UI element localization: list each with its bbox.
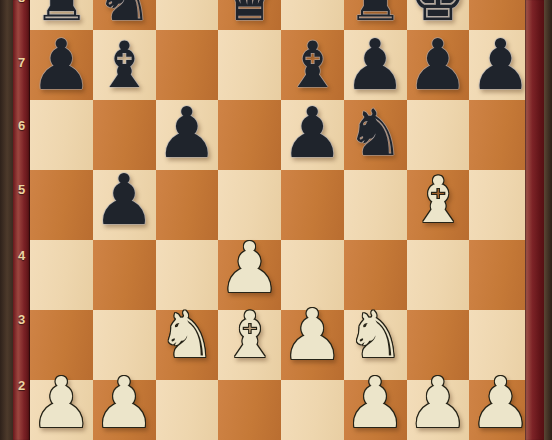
square-d3[interactable]: ♝ [218, 310, 281, 380]
square-f6[interactable]: ♞ [344, 100, 407, 170]
rank-label-7: 7 [13, 55, 30, 71]
square-d7[interactable] [218, 30, 281, 100]
board-frame-right-outer [544, 0, 552, 440]
square-f5[interactable] [344, 170, 407, 240]
square-e6[interactable]: ♟ [281, 100, 344, 170]
piece-white-rook[interactable]: ♜ [347, 436, 404, 440]
piece-black-knight[interactable]: ♞ [95, 0, 152, 30]
square-g5[interactable]: ♝ [407, 170, 470, 240]
square-e7[interactable]: ♝ [281, 30, 344, 100]
square-a7[interactable]: ♟ [30, 30, 93, 100]
piece-white-pawn[interactable]: ♟ [469, 368, 532, 438]
rank-label-6: 6 [13, 118, 30, 134]
rank-label-4: 4 [13, 248, 30, 264]
rank-label-3: 3 [13, 312, 30, 328]
rank-label-5: 5 [13, 182, 30, 198]
square-c6[interactable]: ♟ [156, 100, 219, 170]
square-c7[interactable] [156, 30, 219, 100]
piece-white-king[interactable]: ♚ [409, 436, 466, 440]
rank-label-8: 8 [13, 0, 30, 6]
square-h4[interactable] [469, 240, 532, 310]
square-e3[interactable]: ♟ [281, 310, 344, 380]
piece-black-knight[interactable]: ♞ [347, 101, 404, 165]
square-g4[interactable] [407, 240, 470, 310]
piece-black-pawn[interactable]: ♟ [93, 165, 156, 235]
square-c8[interactable] [156, 0, 219, 30]
piece-white-pawn[interactable]: ♟ [93, 368, 156, 438]
square-b4[interactable] [93, 240, 156, 310]
board-frame-left-outer [0, 0, 13, 440]
square-b2[interactable]: ♟ [93, 380, 156, 440]
square-e5[interactable] [281, 170, 344, 240]
square-a4[interactable] [30, 240, 93, 310]
square-c2[interactable] [156, 380, 219, 440]
square-e8[interactable] [281, 0, 344, 30]
piece-black-bishop[interactable]: ♝ [284, 33, 341, 97]
square-d6[interactable] [218, 100, 281, 170]
piece-black-pawn[interactable]: ♟ [407, 30, 470, 100]
square-e2[interactable] [281, 380, 344, 440]
square-a6[interactable] [30, 100, 93, 170]
piece-black-pawn[interactable]: ♟ [156, 98, 219, 168]
piece-white-knight[interactable]: ♞ [347, 303, 404, 367]
piece-black-pawn[interactable]: ♟ [344, 30, 407, 100]
square-h5[interactable] [469, 170, 532, 240]
square-d8[interactable]: ♛ [218, 0, 281, 30]
piece-black-pawn[interactable]: ♟ [281, 98, 344, 168]
board-frame-left: 87654321 [13, 0, 30, 440]
piece-white-queen[interactable]: ♛ [221, 436, 278, 440]
piece-white-pawn[interactable]: ♟ [218, 233, 281, 303]
piece-white-pawn[interactable]: ♟ [344, 368, 407, 438]
piece-black-bishop[interactable]: ♝ [95, 33, 152, 97]
square-g7[interactable]: ♟ [407, 30, 470, 100]
square-b7[interactable]: ♝ [93, 30, 156, 100]
piece-white-knight[interactable]: ♞ [158, 303, 215, 367]
square-h7[interactable]: ♟ [469, 30, 532, 100]
square-h2[interactable]: ♟ [469, 380, 532, 440]
piece-white-bishop[interactable]: ♝ [221, 303, 278, 367]
square-c5[interactable] [156, 170, 219, 240]
piece-black-queen[interactable]: ♛ [221, 0, 278, 30]
piece-black-pawn[interactable]: ♟ [30, 30, 93, 100]
square-a5[interactable] [30, 170, 93, 240]
piece-white-pawn[interactable]: ♟ [407, 368, 470, 438]
rank-label-2: 2 [13, 378, 30, 394]
square-g6[interactable] [407, 100, 470, 170]
piece-white-pawn[interactable]: ♟ [281, 300, 344, 370]
square-h6[interactable] [469, 100, 532, 170]
piece-white-bishop[interactable]: ♝ [409, 168, 466, 232]
chess-app: 87654321 ♜♞♛♜♚♟♝♝♟♟♟♟♟♞♟♝♟♞♝♟♞♟♟♟♟♟♜♛♜♚ [0, 0, 552, 440]
piece-white-pawn[interactable]: ♟ [30, 368, 93, 438]
chess-board: ♜♞♛♜♚♟♝♝♟♟♟♟♟♞♟♝♟♞♝♟♞♟♟♟♟♟♜♛♜♚ [30, 0, 525, 440]
square-c3[interactable]: ♞ [156, 310, 219, 380]
board-frame-right [525, 0, 544, 440]
square-b5[interactable]: ♟ [93, 170, 156, 240]
piece-white-rook[interactable]: ♜ [33, 436, 90, 440]
square-f7[interactable]: ♟ [344, 30, 407, 100]
piece-black-pawn[interactable]: ♟ [469, 30, 532, 100]
square-b8[interactable]: ♞ [93, 0, 156, 30]
